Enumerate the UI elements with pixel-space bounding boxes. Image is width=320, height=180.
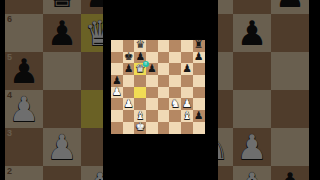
square-a1[interactable] <box>111 122 123 134</box>
square-d3[interactable] <box>146 98 158 110</box>
square-e5[interactable] <box>158 75 170 87</box>
square-d1[interactable] <box>146 122 158 134</box>
square-c4[interactable] <box>134 87 146 99</box>
square-h7[interactable]: ♟ <box>193 52 205 64</box>
square-c5[interactable] <box>134 75 146 87</box>
square-h6[interactable] <box>193 63 205 75</box>
square-f1[interactable] <box>169 122 181 134</box>
square-e7[interactable] <box>158 52 170 64</box>
white-pawn-icon: ♟ <box>124 99 134 110</box>
black-pawn-icon: ♟ <box>182 64 192 75</box>
white-bishop-icon: ♝ <box>182 111 192 122</box>
square-g6[interactable]: ♟ <box>181 63 193 75</box>
square-h1[interactable] <box>193 122 205 134</box>
chess-short-frame: 8♛♜7♚♟♟6♟♛♟♟5♟4♟3♟♞♟2♝♝♟1♚ ♛♜♚♟♟♟♛♟♟♟♟♟♞… <box>0 0 320 180</box>
black-pawn-icon: ♟ <box>194 111 204 122</box>
white-king-icon: ♚ <box>135 122 145 133</box>
square-a7[interactable] <box>111 52 123 64</box>
square-f2[interactable] <box>169 110 181 122</box>
square-f3[interactable]: ♞ <box>169 98 181 110</box>
square-f7[interactable] <box>169 52 181 64</box>
square-a8[interactable] <box>111 40 123 52</box>
square-f8[interactable] <box>169 40 181 52</box>
square-e1[interactable] <box>158 122 170 134</box>
square-e8[interactable] <box>158 40 170 52</box>
main-chess-board: ♛♜♚♟♟♟♛♟♟♟♟♟♞♟♝♝♟♚ <box>111 40 205 134</box>
square-h5[interactable] <box>193 75 205 87</box>
square-e2[interactable] <box>158 110 170 122</box>
square-b1[interactable] <box>123 122 135 134</box>
square-a4[interactable]: ♟ <box>111 87 123 99</box>
square-b3[interactable]: ♟ <box>123 98 135 110</box>
square-e4[interactable] <box>158 87 170 99</box>
black-pawn-icon: ♟ <box>147 64 157 75</box>
black-pawn-icon: ♟ <box>124 64 134 75</box>
square-e6[interactable] <box>158 63 170 75</box>
square-d8[interactable] <box>146 40 158 52</box>
square-g1[interactable] <box>181 122 193 134</box>
black-pawn-icon: ♟ <box>194 52 204 63</box>
square-b2[interactable] <box>123 110 135 122</box>
square-f6[interactable] <box>169 63 181 75</box>
square-f5[interactable] <box>169 75 181 87</box>
white-pawn-icon: ♟ <box>112 87 122 98</box>
square-a3[interactable] <box>111 98 123 110</box>
square-e3[interactable] <box>158 98 170 110</box>
white-knight-icon: ♞ <box>170 99 180 110</box>
square-b6[interactable]: ♟ <box>123 63 135 75</box>
square-g8[interactable] <box>181 40 193 52</box>
square-g5[interactable] <box>181 75 193 87</box>
square-c1[interactable]: ♚ <box>134 122 146 134</box>
square-h2[interactable]: ♟ <box>193 110 205 122</box>
square-d4[interactable] <box>146 87 158 99</box>
square-b5[interactable] <box>123 75 135 87</box>
square-d5[interactable] <box>146 75 158 87</box>
square-h4[interactable] <box>193 87 205 99</box>
square-a2[interactable] <box>111 110 123 122</box>
square-d2[interactable] <box>146 110 158 122</box>
brilliant-move-badge-icon: !! <box>143 61 149 67</box>
square-g2[interactable]: ♝ <box>181 110 193 122</box>
